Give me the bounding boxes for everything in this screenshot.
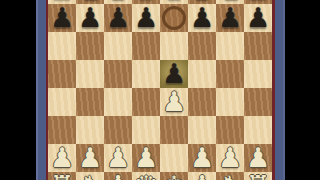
white-pawn: ♟: [104, 144, 132, 172]
square-c7[interactable]: ♟: [104, 4, 132, 32]
square-d6[interactable]: [132, 32, 160, 60]
square-e4[interactable]: ♟: [160, 88, 188, 116]
white-rook: ♜: [244, 172, 272, 180]
square-g6[interactable]: [216, 32, 244, 60]
black-pawn: ♟: [48, 4, 76, 32]
white-pawn: ♟: [48, 144, 76, 172]
white-pawn: ♟: [216, 144, 244, 172]
square-d4[interactable]: [132, 88, 160, 116]
white-bishop: ♝: [104, 172, 132, 180]
white-rook: ♜: [48, 172, 76, 180]
square-e1[interactable]: ♚: [160, 172, 188, 180]
black-pawn: ♟: [216, 4, 244, 32]
black-pawn: ♟: [132, 4, 160, 32]
white-king: ♚: [160, 172, 188, 180]
white-queen: ♛: [132, 172, 160, 180]
square-a2[interactable]: ♟: [48, 144, 76, 172]
square-d7[interactable]: ♟: [132, 4, 160, 32]
black-pawn: ♟: [76, 4, 104, 32]
square-e2[interactable]: [160, 144, 188, 172]
square-c5[interactable]: [104, 60, 132, 88]
square-c1[interactable]: ♝: [104, 172, 132, 180]
white-pawn: ♟: [244, 144, 272, 172]
square-c6[interactable]: [104, 32, 132, 60]
square-h2[interactable]: ♟: [244, 144, 272, 172]
square-g5[interactable]: [216, 60, 244, 88]
square-d5[interactable]: [132, 60, 160, 88]
square-g4[interactable]: [216, 88, 244, 116]
square-h6[interactable]: [244, 32, 272, 60]
black-pawn: ♟: [160, 60, 188, 88]
black-pawn: ♟: [244, 4, 272, 32]
square-d1[interactable]: ♛: [132, 172, 160, 180]
chess-app-window: ♜♞♝♛♚♝♞♜♟♟♟♟♟♟♟♟♟♟♟♟♟♟♟♟♜♞♝♛♚♝♞♜: [36, 0, 285, 180]
square-a3[interactable]: [48, 116, 76, 144]
square-b6[interactable]: [76, 32, 104, 60]
square-f7[interactable]: ♟: [188, 4, 216, 32]
square-a6[interactable]: [48, 32, 76, 60]
square-b4[interactable]: [76, 88, 104, 116]
square-f5[interactable]: [188, 60, 216, 88]
square-h5[interactable]: [244, 60, 272, 88]
square-e5[interactable]: ♟: [160, 60, 188, 88]
square-d2[interactable]: ♟: [132, 144, 160, 172]
square-c4[interactable]: [104, 88, 132, 116]
white-pawn: ♟: [132, 144, 160, 172]
board-viewport: ♜♞♝♛♚♝♞♜♟♟♟♟♟♟♟♟♟♟♟♟♟♟♟♟♜♞♝♛♚♝♞♜: [48, 0, 272, 180]
square-d3[interactable]: [132, 116, 160, 144]
square-b7[interactable]: ♟: [76, 4, 104, 32]
square-b2[interactable]: ♟: [76, 144, 104, 172]
chess-board: ♜♞♝♛♚♝♞♜♟♟♟♟♟♟♟♟♟♟♟♟♟♟♟♟♜♞♝♛♚♝♞♜: [48, 0, 272, 180]
white-knight: ♞: [216, 172, 244, 180]
black-pawn: ♟: [104, 4, 132, 32]
square-a1[interactable]: ♜: [48, 172, 76, 180]
black-pawn: ♟: [188, 4, 216, 32]
square-h1[interactable]: ♜: [244, 172, 272, 180]
square-g7[interactable]: ♟: [216, 4, 244, 32]
square-g3[interactable]: [216, 116, 244, 144]
square-f4[interactable]: [188, 88, 216, 116]
square-f1[interactable]: ♝: [188, 172, 216, 180]
square-e6[interactable]: [160, 32, 188, 60]
square-b3[interactable]: [76, 116, 104, 144]
square-b1[interactable]: ♞: [76, 172, 104, 180]
square-f3[interactable]: [188, 116, 216, 144]
square-e3[interactable]: [160, 116, 188, 144]
square-a5[interactable]: [48, 60, 76, 88]
square-f6[interactable]: [188, 32, 216, 60]
white-pawn: ♟: [160, 88, 188, 116]
white-pawn: ♟: [188, 144, 216, 172]
square-g1[interactable]: ♞: [216, 172, 244, 180]
white-bishop: ♝: [188, 172, 216, 180]
square-g2[interactable]: ♟: [216, 144, 244, 172]
board-bezel: ♜♞♝♛♚♝♞♜♟♟♟♟♟♟♟♟♟♟♟♟♟♟♟♟♜♞♝♛♚♝♞♜: [46, 0, 275, 180]
square-b5[interactable]: [76, 60, 104, 88]
square-e7[interactable]: [160, 4, 188, 32]
square-f2[interactable]: ♟: [188, 144, 216, 172]
square-h4[interactable]: [244, 88, 272, 116]
square-c2[interactable]: ♟: [104, 144, 132, 172]
square-a4[interactable]: [48, 88, 76, 116]
white-knight: ♞: [76, 172, 104, 180]
white-pawn: ♟: [76, 144, 104, 172]
square-a7[interactable]: ♟: [48, 4, 76, 32]
square-h3[interactable]: [244, 116, 272, 144]
last-move-origin-circle: [162, 6, 186, 30]
square-h7[interactable]: ♟: [244, 4, 272, 32]
square-c3[interactable]: [104, 116, 132, 144]
